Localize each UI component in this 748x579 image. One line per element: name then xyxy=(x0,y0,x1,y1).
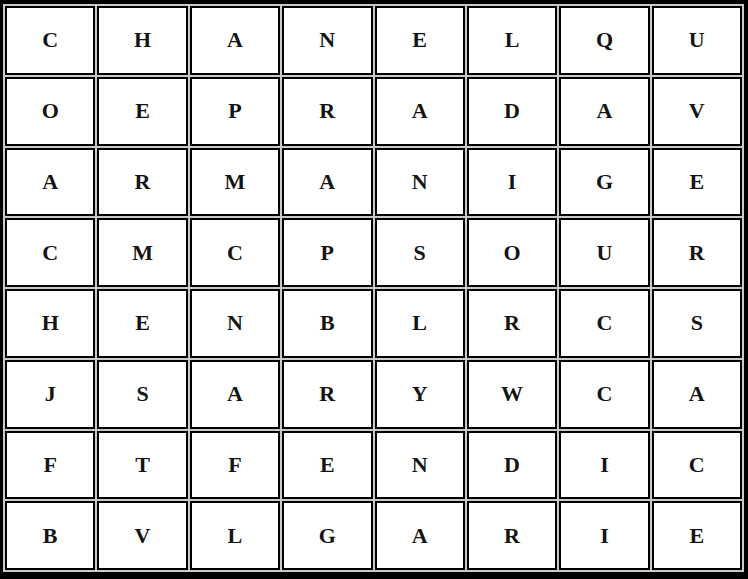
cell-r4c1[interactable]: C xyxy=(5,218,95,287)
cell-r8c6[interactable]: R xyxy=(467,501,557,570)
cell-r8c4[interactable]: G xyxy=(282,501,372,570)
cell-r6c6[interactable]: W xyxy=(467,360,557,429)
cell-r5c6[interactable]: R xyxy=(467,289,557,358)
cell-r3c2[interactable]: R xyxy=(97,148,187,217)
cell-r7c1[interactable]: F xyxy=(5,431,95,500)
cell-r3c5[interactable]: N xyxy=(375,148,465,217)
cell-r3c3[interactable]: M xyxy=(190,148,280,217)
cell-r6c2[interactable]: S xyxy=(97,360,187,429)
cell-r7c3[interactable]: F xyxy=(190,431,280,500)
cell-r4c8[interactable]: R xyxy=(652,218,742,287)
cell-r8c2[interactable]: V xyxy=(97,501,187,570)
cell-r7c4[interactable]: E xyxy=(282,431,372,500)
cell-r1c1[interactable]: C xyxy=(5,6,95,75)
cell-r2c8[interactable]: V xyxy=(652,77,742,146)
cell-r4c4[interactable]: P xyxy=(282,218,372,287)
cell-r6c1[interactable]: J xyxy=(5,360,95,429)
cell-r2c5[interactable]: A xyxy=(375,77,465,146)
cell-r4c7[interactable]: U xyxy=(559,218,649,287)
cell-r4c3[interactable]: C xyxy=(190,218,280,287)
cell-r2c3[interactable]: P xyxy=(190,77,280,146)
cell-r3c1[interactable]: A xyxy=(5,148,95,217)
cell-r8c5[interactable]: A xyxy=(375,501,465,570)
cell-r5c8[interactable]: S xyxy=(652,289,742,358)
cell-r7c6[interactable]: D xyxy=(467,431,557,500)
word-search-board: CHANELQUOEPRADAVARMANIGECMCPSOURHENBLRCS… xyxy=(5,6,742,570)
cell-r6c4[interactable]: R xyxy=(282,360,372,429)
cell-r4c6[interactable]: O xyxy=(467,218,557,287)
cell-r5c7[interactable]: C xyxy=(559,289,649,358)
cell-r2c6[interactable]: D xyxy=(467,77,557,146)
cell-r3c6[interactable]: I xyxy=(467,148,557,217)
word-search-frame: CHANELQUOEPRADAVARMANIGECMCPSOURHENBLRCS… xyxy=(0,0,748,579)
cell-r7c8[interactable]: C xyxy=(652,431,742,500)
cell-r5c5[interactable]: L xyxy=(375,289,465,358)
cell-r4c2[interactable]: M xyxy=(97,218,187,287)
cell-r6c7[interactable]: C xyxy=(559,360,649,429)
cell-r5c1[interactable]: H xyxy=(5,289,95,358)
cell-r1c8[interactable]: U xyxy=(652,6,742,75)
cell-r1c6[interactable]: L xyxy=(467,6,557,75)
cell-r3c7[interactable]: G xyxy=(559,148,649,217)
cell-r8c3[interactable]: L xyxy=(190,501,280,570)
cell-r2c1[interactable]: O xyxy=(5,77,95,146)
cell-r7c5[interactable]: N xyxy=(375,431,465,500)
cell-r1c2[interactable]: H xyxy=(97,6,187,75)
cell-r1c7[interactable]: Q xyxy=(559,6,649,75)
cell-r4c5[interactable]: S xyxy=(375,218,465,287)
cell-r8c1[interactable]: B xyxy=(5,501,95,570)
cell-r6c3[interactable]: A xyxy=(190,360,280,429)
cell-r5c2[interactable]: E xyxy=(97,289,187,358)
cell-r6c8[interactable]: A xyxy=(652,360,742,429)
cell-r8c8[interactable]: E xyxy=(652,501,742,570)
cell-r2c4[interactable]: R xyxy=(282,77,372,146)
cell-r2c7[interactable]: A xyxy=(559,77,649,146)
cell-r2c2[interactable]: E xyxy=(97,77,187,146)
cell-r6c5[interactable]: Y xyxy=(375,360,465,429)
cell-r1c4[interactable]: N xyxy=(282,6,372,75)
cell-r1c3[interactable]: A xyxy=(190,6,280,75)
cell-r5c4[interactable]: B xyxy=(282,289,372,358)
cell-r1c5[interactable]: E xyxy=(375,6,465,75)
cell-r8c7[interactable]: I xyxy=(559,501,649,570)
cell-r3c8[interactable]: E xyxy=(652,148,742,217)
cell-r3c4[interactable]: A xyxy=(282,148,372,217)
cell-r5c3[interactable]: N xyxy=(190,289,280,358)
cell-r7c7[interactable]: I xyxy=(559,431,649,500)
cell-r7c2[interactable]: T xyxy=(97,431,187,500)
